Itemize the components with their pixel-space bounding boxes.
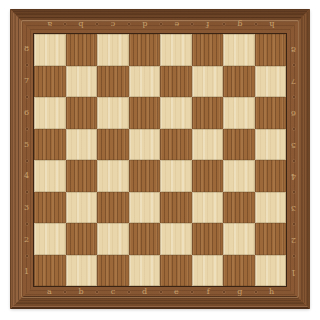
inlay-dot-top (191, 23, 193, 25)
square-a8[interactable] (34, 34, 66, 66)
rank-label-right-8: 8 (286, 43, 301, 55)
square-c6[interactable] (97, 97, 129, 129)
square-e6[interactable] (160, 97, 192, 129)
file-label-top-b: b (65, 18, 97, 30)
inlay-dot-left (26, 223, 28, 225)
inlay-dot-top (128, 23, 130, 25)
file-label-bottom-e: e (161, 286, 193, 298)
inlay-dot-left (26, 255, 28, 257)
square-f2[interactable] (192, 223, 224, 255)
rank-label-left-2: 2 (19, 234, 34, 246)
square-c1[interactable] (97, 255, 129, 287)
inlay-dot-bottom (255, 291, 257, 293)
square-e5[interactable] (160, 129, 192, 161)
square-a6[interactable] (34, 97, 66, 129)
square-c5[interactable] (97, 129, 129, 161)
square-d3[interactable] (129, 192, 161, 224)
rank-label-right-5: 5 (286, 139, 301, 151)
square-h5[interactable] (255, 129, 287, 161)
file-label-top-a: a (34, 18, 66, 30)
photo-background: aabbccddeeffgghh8877665544332211 (0, 0, 320, 320)
inlay-dot-bottom (96, 291, 98, 293)
rank-label-right-6: 6 (286, 107, 301, 119)
square-f5[interactable] (192, 129, 224, 161)
file-label-top-f: f (192, 18, 224, 30)
rank-label-left-5: 5 (19, 139, 34, 151)
file-label-bottom-a: a (34, 286, 66, 298)
square-e7[interactable] (160, 66, 192, 98)
file-label-bottom-d: d (129, 286, 161, 298)
square-c2[interactable] (97, 223, 129, 255)
inlay-dot-left (26, 128, 28, 130)
square-d2[interactable] (129, 223, 161, 255)
square-b3[interactable] (66, 192, 98, 224)
inlay-dot-right (293, 96, 295, 98)
square-b2[interactable] (66, 223, 98, 255)
rank-label-left-4: 4 (19, 170, 34, 182)
inlay-dot-top (255, 23, 257, 25)
inlay-dot-left (26, 96, 28, 98)
inlay-dot-right (293, 64, 295, 66)
square-h4[interactable] (255, 160, 287, 192)
playing-area (33, 33, 287, 287)
square-d6[interactable] (129, 97, 161, 129)
square-f1[interactable] (192, 255, 224, 287)
square-d1[interactable] (129, 255, 161, 287)
file-label-bottom-b: b (65, 286, 97, 298)
inlay-dot-top (64, 23, 66, 25)
square-c8[interactable] (97, 34, 129, 66)
square-f7[interactable] (192, 66, 224, 98)
square-e4[interactable] (160, 160, 192, 192)
square-h6[interactable] (255, 97, 287, 129)
file-label-top-g: g (224, 18, 256, 30)
square-a5[interactable] (34, 129, 66, 161)
square-b8[interactable] (66, 34, 98, 66)
frame-right (286, 9, 310, 309)
rank-label-right-2: 2 (286, 234, 301, 246)
inlay-dot-right (293, 160, 295, 162)
square-h7[interactable] (255, 66, 287, 98)
rank-label-left-7: 7 (19, 75, 34, 87)
inlay-dot-right (293, 223, 295, 225)
square-e2[interactable] (160, 223, 192, 255)
square-g5[interactable] (223, 129, 255, 161)
square-c7[interactable] (97, 66, 129, 98)
square-f6[interactable] (192, 97, 224, 129)
square-h3[interactable] (255, 192, 287, 224)
square-h1[interactable] (255, 255, 287, 287)
square-g6[interactable] (223, 97, 255, 129)
square-a2[interactable] (34, 223, 66, 255)
square-h2[interactable] (255, 223, 287, 255)
square-c4[interactable] (97, 160, 129, 192)
square-c3[interactable] (97, 192, 129, 224)
file-label-bottom-c: c (97, 286, 129, 298)
file-label-top-c: c (97, 18, 129, 30)
square-g7[interactable] (223, 66, 255, 98)
inlay-dot-top (160, 23, 162, 25)
square-g4[interactable] (223, 160, 255, 192)
inlay-dot-bottom (128, 291, 130, 293)
file-label-bottom-g: g (224, 286, 256, 298)
square-b7[interactable] (66, 66, 98, 98)
rank-label-right-7: 7 (286, 75, 301, 87)
inlay-dot-top (96, 23, 98, 25)
square-b5[interactable] (66, 129, 98, 161)
square-a3[interactable] (34, 192, 66, 224)
rank-label-left-8: 8 (19, 43, 34, 55)
inlay-dot-bottom (64, 291, 66, 293)
frame-left (10, 9, 34, 309)
square-g2[interactable] (223, 223, 255, 255)
rank-label-left-6: 6 (19, 107, 34, 119)
inlay-dot-right (293, 255, 295, 257)
inlay-dot-right (293, 191, 295, 193)
chessboard-grid (34, 34, 286, 286)
inlay-dot-left (26, 191, 28, 193)
square-b1[interactable] (66, 255, 98, 287)
file-label-bottom-h: h (256, 286, 288, 298)
file-label-top-d: d (129, 18, 161, 30)
square-d8[interactable] (129, 34, 161, 66)
square-f8[interactable] (192, 34, 224, 66)
square-d5[interactable] (129, 129, 161, 161)
inlay-dot-bottom (223, 291, 225, 293)
inlay-dot-top (223, 23, 225, 25)
square-g1[interactable] (223, 255, 255, 287)
square-e8[interactable] (160, 34, 192, 66)
square-d7[interactable] (129, 66, 161, 98)
frame-top (10, 9, 310, 34)
rank-label-left-3: 3 (19, 202, 34, 214)
inlay-dot-left (26, 160, 28, 162)
chess-board: aabbccddeeffgghh8877665544332211 (10, 9, 310, 309)
square-f4[interactable] (192, 160, 224, 192)
rank-label-right-4: 4 (286, 170, 301, 182)
square-f3[interactable] (192, 192, 224, 224)
frame-bottom (10, 286, 310, 309)
rank-label-right-1: 1 (286, 266, 301, 278)
file-label-top-h: h (256, 18, 288, 30)
square-b4[interactable] (66, 160, 98, 192)
file-label-top-e: e (161, 18, 193, 30)
file-label-bottom-f: f (192, 286, 224, 298)
inlay-dot-bottom (160, 291, 162, 293)
rank-label-left-1: 1 (19, 266, 34, 278)
rank-label-right-3: 3 (286, 202, 301, 214)
square-e3[interactable] (160, 192, 192, 224)
square-h8[interactable] (255, 34, 287, 66)
square-b6[interactable] (66, 97, 98, 129)
square-g3[interactable] (223, 192, 255, 224)
square-d4[interactable] (129, 160, 161, 192)
square-a7[interactable] (34, 66, 66, 98)
inlay-dot-bottom (191, 291, 193, 293)
square-a4[interactable] (34, 160, 66, 192)
square-e1[interactable] (160, 255, 192, 287)
inlay-dot-right (293, 128, 295, 130)
square-a1[interactable] (34, 255, 66, 287)
square-g8[interactable] (223, 34, 255, 66)
inlay-dot-left (26, 64, 28, 66)
